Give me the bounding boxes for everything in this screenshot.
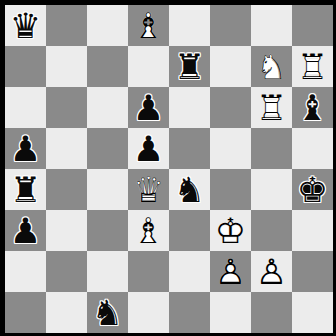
square-d6[interactable]: ♟ xyxy=(128,87,169,128)
square-a2[interactable] xyxy=(5,251,46,292)
square-e4[interactable]: ♞ xyxy=(169,169,210,210)
square-d8[interactable]: ♝♗ xyxy=(128,5,169,46)
square-c3[interactable] xyxy=(87,210,128,251)
piece-black-knight-e4[interactable]: ♞ xyxy=(169,169,210,210)
square-h3[interactable] xyxy=(292,210,333,251)
piece-white-pawn-g2[interactable]: ♟♙ xyxy=(251,251,292,292)
square-f1[interactable] xyxy=(210,292,251,333)
square-f4[interactable] xyxy=(210,169,251,210)
square-e3[interactable] xyxy=(169,210,210,251)
piece-black-knight-c1[interactable]: ♞ xyxy=(87,292,128,333)
piece-white-queen-d4[interactable]: ♛♕ xyxy=(128,169,169,210)
square-d1[interactable] xyxy=(128,292,169,333)
square-c1[interactable]: ♞ xyxy=(87,292,128,333)
chess-board-frame: ♛♝♗♜♞♘♜♖♟♜♖♝♟♟♜♛♕♞♚♟♝♗♚♔♟♙♟♙♞ xyxy=(0,0,336,336)
square-h5[interactable] xyxy=(292,128,333,169)
piece-black-pawn-a5[interactable]: ♟ xyxy=(5,128,46,169)
square-b3[interactable] xyxy=(46,210,87,251)
square-c6[interactable] xyxy=(87,87,128,128)
piece-black-pawn-d6[interactable]: ♟ xyxy=(128,87,169,128)
black-queen-glyph: ♛ xyxy=(5,5,46,46)
square-b5[interactable] xyxy=(46,128,87,169)
square-h2[interactable] xyxy=(292,251,333,292)
square-h6[interactable]: ♝ xyxy=(292,87,333,128)
square-b8[interactable] xyxy=(46,5,87,46)
square-g1[interactable] xyxy=(251,292,292,333)
square-c2[interactable] xyxy=(87,251,128,292)
square-e8[interactable] xyxy=(169,5,210,46)
piece-white-rook-h7[interactable]: ♜♖ xyxy=(292,46,333,87)
square-g6[interactable]: ♜♖ xyxy=(251,87,292,128)
black-knight-glyph: ♞ xyxy=(169,169,210,210)
square-c7[interactable] xyxy=(87,46,128,87)
chess-board: ♛♝♗♜♞♘♜♖♟♜♖♝♟♟♜♛♕♞♚♟♝♗♚♔♟♙♟♙♞ xyxy=(5,5,333,333)
square-g2[interactable]: ♟♙ xyxy=(251,251,292,292)
white-pawn-outline-glyph: ♙ xyxy=(251,251,292,292)
square-d5[interactable]: ♟ xyxy=(128,128,169,169)
square-f2[interactable]: ♟♙ xyxy=(210,251,251,292)
square-a4[interactable]: ♜ xyxy=(5,169,46,210)
square-h7[interactable]: ♜♖ xyxy=(292,46,333,87)
square-d7[interactable] xyxy=(128,46,169,87)
black-pawn-glyph: ♟ xyxy=(128,128,169,169)
piece-white-king-f3[interactable]: ♚♔ xyxy=(210,210,251,251)
square-c4[interactable] xyxy=(87,169,128,210)
white-rook-outline-glyph: ♖ xyxy=(251,87,292,128)
square-e2[interactable] xyxy=(169,251,210,292)
white-king-outline-glyph: ♔ xyxy=(210,210,251,251)
square-c8[interactable] xyxy=(87,5,128,46)
square-f8[interactable] xyxy=(210,5,251,46)
square-g8[interactable] xyxy=(251,5,292,46)
square-f3[interactable]: ♚♔ xyxy=(210,210,251,251)
square-b7[interactable] xyxy=(46,46,87,87)
square-g4[interactable] xyxy=(251,169,292,210)
square-f6[interactable] xyxy=(210,87,251,128)
square-d3[interactable]: ♝♗ xyxy=(128,210,169,251)
piece-black-rook-e7[interactable]: ♜ xyxy=(169,46,210,87)
square-e5[interactable] xyxy=(169,128,210,169)
black-knight-glyph: ♞ xyxy=(87,292,128,333)
square-h4[interactable]: ♚ xyxy=(292,169,333,210)
white-pawn-outline-glyph: ♙ xyxy=(210,251,251,292)
square-h1[interactable] xyxy=(292,292,333,333)
square-a6[interactable] xyxy=(5,87,46,128)
piece-black-bishop-h6[interactable]: ♝ xyxy=(292,87,333,128)
square-a8[interactable]: ♛ xyxy=(5,5,46,46)
black-pawn-glyph: ♟ xyxy=(128,87,169,128)
square-b2[interactable] xyxy=(46,251,87,292)
square-g7[interactable]: ♞♘ xyxy=(251,46,292,87)
square-e1[interactable] xyxy=(169,292,210,333)
square-a3[interactable]: ♟ xyxy=(5,210,46,251)
white-knight-outline-glyph: ♘ xyxy=(251,46,292,87)
black-rook-glyph: ♜ xyxy=(169,46,210,87)
white-rook-outline-glyph: ♖ xyxy=(292,46,333,87)
square-a1[interactable] xyxy=(5,292,46,333)
white-bishop-outline-glyph: ♗ xyxy=(128,5,169,46)
piece-white-rook-g6[interactable]: ♜♖ xyxy=(251,87,292,128)
black-rook-glyph: ♜ xyxy=(5,169,46,210)
piece-black-rook-a4[interactable]: ♜ xyxy=(5,169,46,210)
black-pawn-glyph: ♟ xyxy=(5,128,46,169)
black-king-glyph: ♚ xyxy=(292,169,333,210)
square-e7[interactable]: ♜ xyxy=(169,46,210,87)
square-a5[interactable]: ♟ xyxy=(5,128,46,169)
white-queen-outline-glyph: ♕ xyxy=(128,169,169,210)
square-h8[interactable] xyxy=(292,5,333,46)
piece-black-pawn-a3[interactable]: ♟ xyxy=(5,210,46,251)
piece-white-pawn-f2[interactable]: ♟♙ xyxy=(210,251,251,292)
piece-black-queen-a8[interactable]: ♛ xyxy=(5,5,46,46)
square-f5[interactable] xyxy=(210,128,251,169)
square-c5[interactable] xyxy=(87,128,128,169)
piece-white-bishop-d3[interactable]: ♝♗ xyxy=(128,210,169,251)
square-b4[interactable] xyxy=(46,169,87,210)
black-pawn-glyph: ♟ xyxy=(5,210,46,251)
square-g3[interactable] xyxy=(251,210,292,251)
white-bishop-outline-glyph: ♗ xyxy=(128,210,169,251)
square-b6[interactable] xyxy=(46,87,87,128)
square-g5[interactable] xyxy=(251,128,292,169)
square-b1[interactable] xyxy=(46,292,87,333)
piece-black-king-h4[interactable]: ♚ xyxy=(292,169,333,210)
piece-white-knight-g7[interactable]: ♞♘ xyxy=(251,46,292,87)
square-a7[interactable] xyxy=(5,46,46,87)
piece-black-pawn-d5[interactable]: ♟ xyxy=(128,128,169,169)
square-e6[interactable] xyxy=(169,87,210,128)
square-d4[interactable]: ♛♕ xyxy=(128,169,169,210)
black-bishop-glyph: ♝ xyxy=(292,87,333,128)
square-d2[interactable] xyxy=(128,251,169,292)
piece-white-bishop-d8[interactable]: ♝♗ xyxy=(128,5,169,46)
square-f7[interactable] xyxy=(210,46,251,87)
